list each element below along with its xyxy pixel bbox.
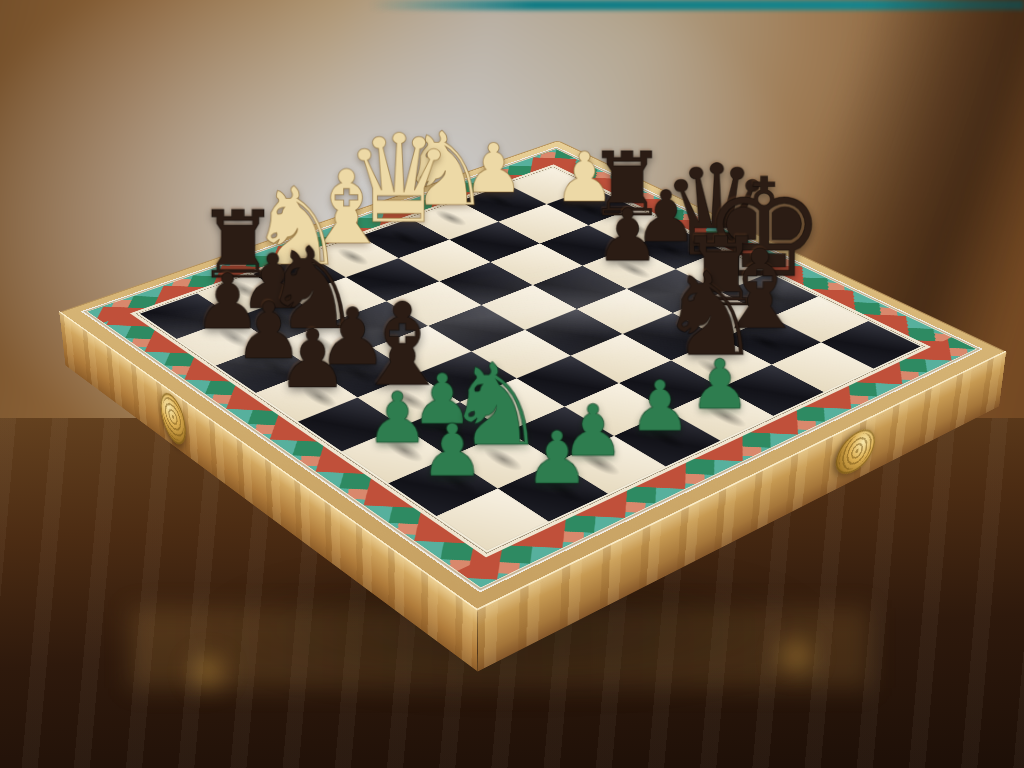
photo-scene: ♟♜♟♛♚♟♟♜♝♞♞♛♟♝♟♞♟♜♟♞♟♝♟♞♟♟♟♟♟♟	[0, 0, 1024, 768]
marquetry-rim: ♟♜♟♛♚♟♟♜♝♞♞♛♟♝♟♞♟♜♟♞♟♝♟♞♟♟♟♟♟♟	[88, 149, 976, 587]
board-3d-scene: ♟♜♟♛♚♟♟♜♝♞♞♛♟♝♟♞♟♜♟♞♟♝♟♞♟♟♟♟♟♟	[0, 0, 1024, 768]
chess-box: ♟♜♟♛♚♟♟♜♝♞♞♛♟♝♟♞♟♜♟♞♟♝♟♞♟♟♟♟♟♟	[81, 147, 983, 593]
brass-knob-right	[834, 422, 877, 481]
chess-board: ♟♜♟♛♚♟♟♜♝♞♞♛♟♝♟♞♟♜♟♞♟♝♟♞♟♟♟♟♟♟	[81, 147, 983, 593]
piece-green-pawn: ♟	[478, 422, 637, 495]
